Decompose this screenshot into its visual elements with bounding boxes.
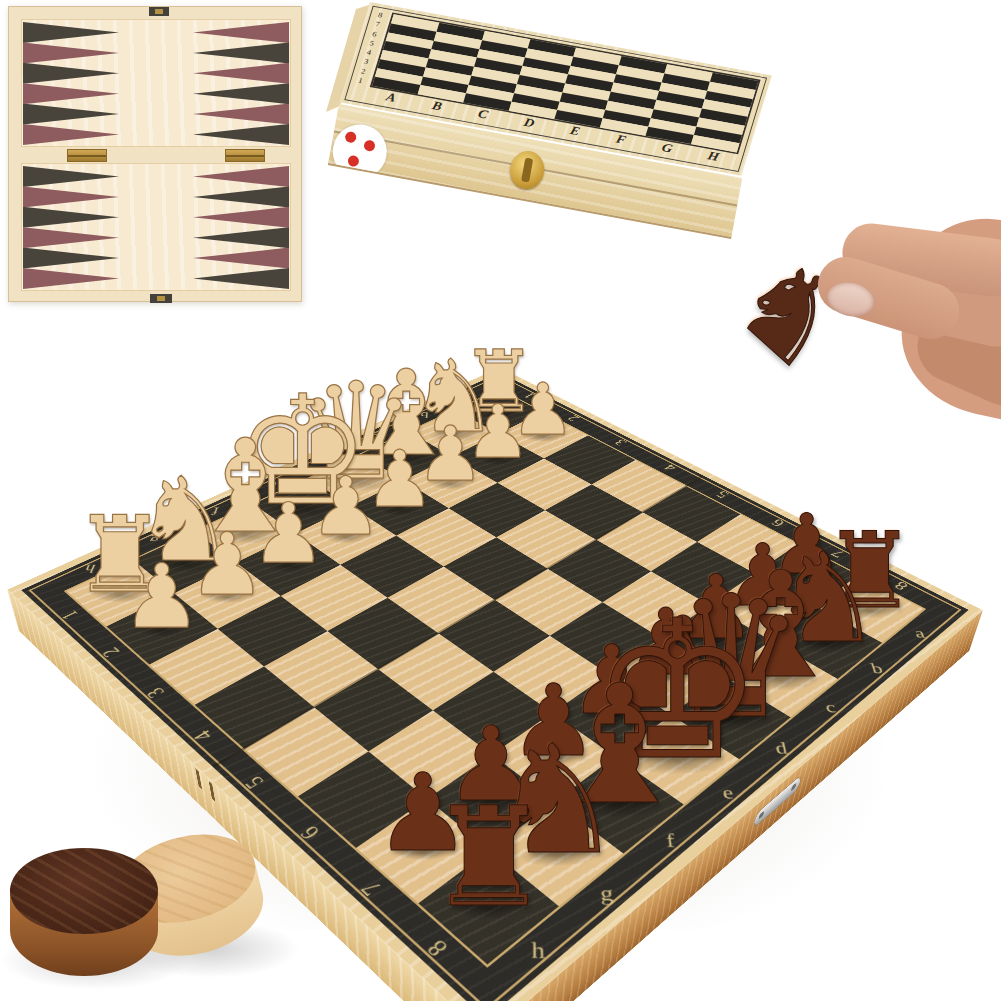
checkers-pair [0,0,1001,1001]
checker-top [10,848,158,934]
product-photo-stage: ABCDEFGH 12345678 12345678 12345678 abcd… [0,0,1001,1001]
dark-checker[interactable] [10,848,158,980]
